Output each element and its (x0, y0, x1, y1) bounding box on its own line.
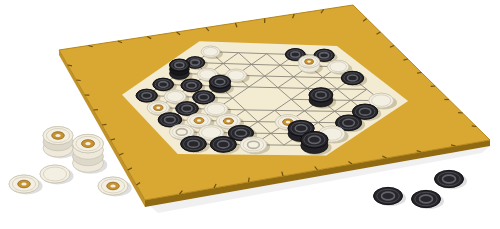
stone-black-offboard (435, 170, 467, 189)
stone-black-offboard (374, 187, 406, 206)
stone-white-offboard (40, 165, 74, 185)
stone-white-offboard (43, 127, 77, 159)
stone-white-offboard (9, 175, 43, 195)
tzaar-board (0, 0, 500, 229)
stone-white-offboard (98, 177, 132, 197)
stone-black-offboard (412, 190, 444, 209)
stone-white-offboard (73, 134, 108, 174)
product-photo-scene (0, 0, 500, 229)
